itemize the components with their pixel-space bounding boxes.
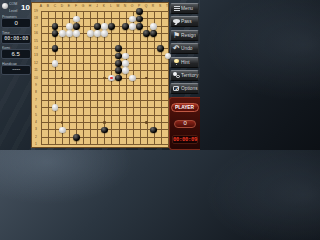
hint-button[interactable]: Hint [170,57,199,68]
black-stone [52,30,59,37]
row-label: 19 [34,10,39,13]
white-stone [129,23,136,30]
resign-button[interactable]: Resign [170,30,199,41]
white-stone [101,23,108,30]
row-label: 14 [34,47,39,50]
white-stone [122,53,129,60]
black-stone [115,53,122,60]
black-stone [157,45,164,52]
row-label: 6 [34,106,39,109]
com-time-value: 00:00:00 [1,34,31,44]
column-label: F [73,5,78,8]
black-stone [143,30,150,37]
undo-button[interactable]: Undo [170,43,199,54]
white-stone [73,30,80,37]
white-stone [122,67,129,74]
row-label: 4 [34,121,39,124]
com-level-value: 10 [21,3,30,12]
pass-button[interactable]: Pass [170,16,199,27]
column-label: L [109,5,114,8]
white-stone [66,30,73,37]
com-prisoners-value: 0 [1,18,31,28]
options-button[interactable]: Options [170,83,199,94]
go-board-grid[interactable] [41,11,169,145]
row-label: 1 [34,143,39,146]
black-stone [52,45,59,52]
speech-bubble-icon [172,17,181,26]
black-stone [150,30,157,37]
white-stone [59,127,66,134]
column-label: B [45,5,50,8]
row-label: 7 [34,98,39,101]
komi-value: 6.5 [1,49,31,59]
black-stone [136,8,143,15]
black-stone [150,127,157,134]
row-label: 9 [34,84,39,87]
column-label: S [158,5,163,8]
go-board: ABCDEFGHJKLMNOPQRST191817161514131211109… [31,2,169,148]
player-prisoners-value: 0 [174,120,196,128]
column-label: D [59,5,64,8]
territory-stones-icon [172,71,181,80]
column-label: H [87,5,92,8]
white-stone [129,75,136,82]
column-label: M [116,5,121,8]
row-label: 15 [34,39,39,42]
column-label: G [80,5,85,8]
black-stone [108,23,115,30]
row-label: 10 [34,76,39,79]
last-move-marker [110,77,113,80]
column-label: N [123,5,128,8]
column-label: P [137,5,142,8]
menu-icon [172,4,181,13]
black-stone [94,23,101,30]
column-label: K [102,5,107,8]
black-stone [73,23,80,30]
white-stone [122,60,129,67]
row-label: 3 [34,128,39,131]
hand-undo-icon [172,44,181,53]
black-stone [101,127,108,134]
row-label: 13 [34,54,39,57]
white-stone-icon [2,3,8,9]
row-label: 5 [34,113,39,116]
row-label: 8 [34,91,39,94]
flag-icon [172,31,181,40]
row-label: 2 [34,135,39,138]
column-label: O [130,5,135,8]
white-stone [66,23,73,30]
white-stone [129,16,136,23]
white-stone [52,60,59,67]
com-info-panel: COM Level 10 Prisoners 0 Time 00:00:00 K… [0,0,31,150]
black-stone [73,134,80,141]
white-stone [73,16,80,23]
player-name: PLAYER [175,105,194,110]
go-game-screen: { "game": "go", "board_size": 19, "posit… [0,0,200,150]
row-label: 17 [34,24,39,27]
player-info-panel: PLAYER Prisoners 0 Time 00:00:09 [169,97,200,150]
white-stone [101,30,108,37]
options-checkbox-icon [172,84,181,93]
white-stone [59,30,66,37]
column-label: A [38,5,43,8]
row-label: 18 [34,17,39,20]
white-stone [150,23,157,30]
column-label: C [52,5,57,8]
column-label: J [94,5,99,8]
column-label: R [151,5,156,8]
black-stone [115,60,122,67]
white-stone [52,104,59,111]
star-point [103,121,106,124]
black-stone [122,23,129,30]
menu-button[interactable]: Menu [170,3,199,14]
star-point [61,77,64,80]
player-time-value: 00:00:09 [172,135,198,145]
black-stone [136,23,143,30]
white-stone [87,30,94,37]
star-point [145,121,148,124]
black-stone [115,45,122,52]
row-label: 11 [34,69,39,72]
row-label: 16 [34,32,39,35]
lightbulb-icon [172,58,181,67]
territory-button[interactable]: Territory [170,70,199,81]
handicap-value: ---- [1,65,31,75]
star-point [103,77,106,80]
column-label: Q [144,5,149,8]
white-stone [94,30,101,37]
player-name-bar: PLAYER [171,103,199,112]
star-point [145,77,148,80]
star-point [61,121,64,124]
row-label: 12 [34,61,39,64]
black-stone [115,67,122,74]
black-stone [115,75,122,82]
column-label: E [66,5,71,8]
black-stone [52,23,59,30]
black-stone [136,16,143,23]
white-stone [108,75,115,82]
